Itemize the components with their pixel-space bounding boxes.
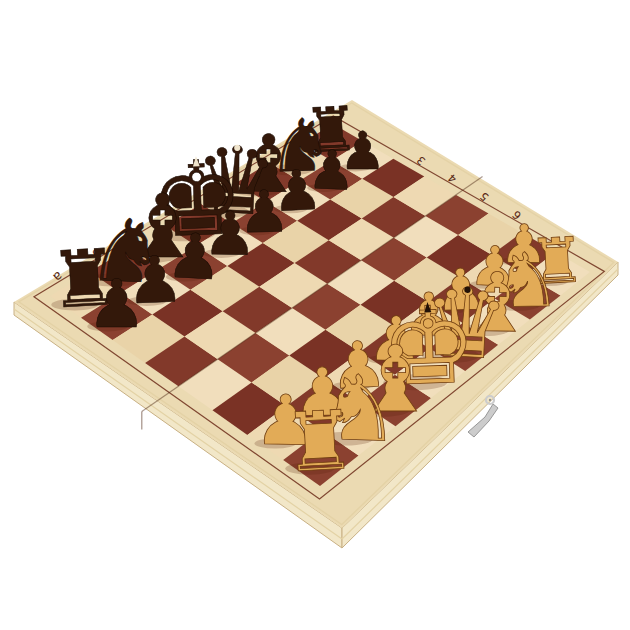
chessboard-svg: 3456аб♜♟♞♟♝♟♛♟♚♟♝♟♟♞♜♟♟♜♞♟♟♝♟♛♟♚♟♝♟♞♟♜ bbox=[0, 0, 630, 630]
piece-dark-pawn-a2: ♟ bbox=[87, 265, 147, 343]
svg-text:♟: ♟ bbox=[87, 265, 147, 343]
svg-text:♜: ♜ bbox=[281, 393, 359, 491]
piece-light-rook-a8: ♜ bbox=[281, 393, 359, 491]
chess-set-photo: chess — wooden folding box chess set, st… bbox=[0, 0, 630, 630]
